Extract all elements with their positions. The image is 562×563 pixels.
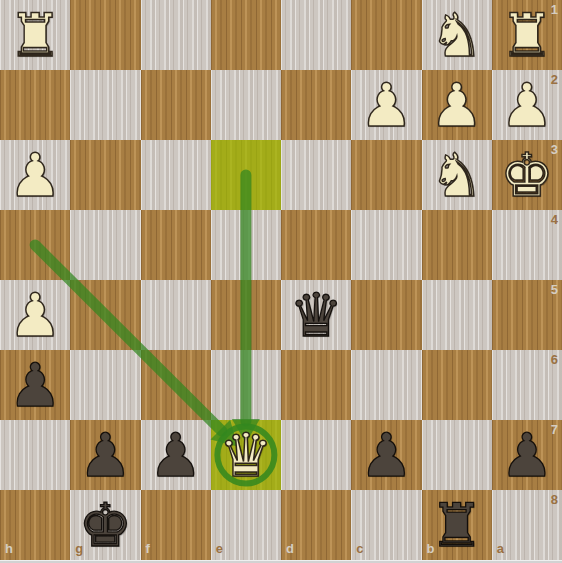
square-g2[interactable] (70, 70, 140, 140)
square-e4[interactable] (211, 210, 281, 280)
square-h7[interactable] (0, 420, 70, 490)
square-c3[interactable] (351, 140, 421, 210)
square-e8[interactable]: e (211, 490, 281, 560)
square-c4[interactable] (351, 210, 421, 280)
square-c8[interactable]: c (351, 490, 421, 560)
rank-label-6: 6 (551, 353, 558, 366)
black-king-g8[interactable]: ♚ (70, 490, 140, 560)
square-h4[interactable] (0, 210, 70, 280)
square-c5[interactable] (351, 280, 421, 350)
chess-board: 1234567hgfedcb8a ♜♞♜♟♟♟♟♞♚♟♛♟♟♟♛♟♟♚♜ (0, 0, 562, 560)
square-g3[interactable] (70, 140, 140, 210)
white-pawn-c2[interactable]: ♟ (351, 70, 421, 140)
square-d6[interactable] (281, 350, 351, 420)
square-f6[interactable] (141, 350, 211, 420)
square-h8[interactable]: h (0, 490, 70, 560)
square-h2[interactable] (0, 70, 70, 140)
highlight-e3 (211, 140, 281, 210)
square-f8[interactable]: f (141, 490, 211, 560)
square-c1[interactable] (351, 0, 421, 70)
square-b4[interactable] (422, 210, 492, 280)
rank-label-4: 4 (551, 213, 558, 226)
square-e2[interactable] (211, 70, 281, 140)
file-label-a: a (497, 542, 504, 555)
white-queen-e7[interactable]: ♛ (211, 420, 281, 490)
square-b7[interactable] (422, 420, 492, 490)
file-label-h: h (5, 542, 13, 555)
white-pawn-h3[interactable]: ♟ (0, 140, 70, 210)
white-pawn-a2[interactable]: ♟ (492, 70, 562, 140)
square-f5[interactable] (141, 280, 211, 350)
square-f1[interactable] (141, 0, 211, 70)
square-d8[interactable]: d (281, 490, 351, 560)
square-e6[interactable] (211, 350, 281, 420)
black-pawn-g7[interactable]: ♟ (70, 420, 140, 490)
square-f2[interactable] (141, 70, 211, 140)
black-pawn-a7[interactable]: ♟ (492, 420, 562, 490)
file-label-d: d (286, 542, 294, 555)
square-g5[interactable] (70, 280, 140, 350)
square-c6[interactable] (351, 350, 421, 420)
square-d2[interactable] (281, 70, 351, 140)
rank-label-5: 5 (551, 283, 558, 296)
square-d4[interactable] (281, 210, 351, 280)
square-e1[interactable] (211, 0, 281, 70)
square-a6[interactable]: 6 (492, 350, 562, 420)
square-b5[interactable] (422, 280, 492, 350)
square-a5[interactable]: 5 (492, 280, 562, 350)
rank-label-8: 8 (551, 493, 558, 506)
white-rook-h1[interactable]: ♜ (0, 0, 70, 70)
square-g1[interactable] (70, 0, 140, 70)
black-rook-b8[interactable]: ♜ (422, 490, 492, 560)
square-d7[interactable] (281, 420, 351, 490)
square-e3[interactable] (211, 140, 281, 210)
white-pawn-h5[interactable]: ♟ (0, 280, 70, 350)
square-g6[interactable] (70, 350, 140, 420)
square-b6[interactable] (422, 350, 492, 420)
file-label-f: f (146, 542, 150, 555)
square-d3[interactable] (281, 140, 351, 210)
square-d1[interactable] (281, 0, 351, 70)
square-a8[interactable]: 8a (492, 490, 562, 560)
square-e5[interactable] (211, 280, 281, 350)
square-a4[interactable]: 4 (492, 210, 562, 280)
black-queen-d5[interactable]: ♛ (281, 280, 351, 350)
square-f4[interactable] (141, 210, 211, 280)
square-f3[interactable] (141, 140, 211, 210)
black-pawn-f7[interactable]: ♟ (141, 420, 211, 490)
white-rook-a1[interactable]: ♜ (492, 0, 562, 70)
file-label-e: e (216, 542, 223, 555)
white-knight-b3[interactable]: ♞ (422, 140, 492, 210)
black-pawn-h6[interactable]: ♟ (0, 350, 70, 420)
square-g4[interactable] (70, 210, 140, 280)
white-pawn-b2[interactable]: ♟ (422, 70, 492, 140)
white-king-a3[interactable]: ♚ (492, 140, 562, 210)
file-label-c: c (356, 542, 363, 555)
white-knight-b1[interactable]: ♞ (422, 0, 492, 70)
black-pawn-c7[interactable]: ♟ (351, 420, 421, 490)
